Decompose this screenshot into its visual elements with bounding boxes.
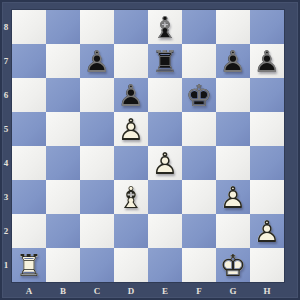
square-f1[interactable] [182,248,216,282]
square-g7[interactable]: ♟♙ [216,44,250,78]
square-h5[interactable] [250,112,284,146]
rank-label-5: 5 [0,112,12,146]
square-a7[interactable] [12,44,46,78]
square-f4[interactable] [182,146,216,180]
piece-white-pawn: ♟♙ [216,180,250,214]
square-e8[interactable]: ♝♗ [148,10,182,44]
square-g3[interactable]: ♟♙ [216,180,250,214]
rank-label-3: 3 [0,180,12,214]
square-c6[interactable] [80,78,114,112]
piece-black-pawn: ♟♙ [250,44,284,78]
square-g1[interactable]: ♚♔ [216,248,250,282]
square-e1[interactable] [148,248,182,282]
square-b5[interactable] [46,112,80,146]
square-c3[interactable] [80,180,114,214]
square-d1[interactable] [114,248,148,282]
square-f7[interactable] [182,44,216,78]
square-h8[interactable] [250,10,284,44]
file-label-G: G [216,283,250,299]
square-c5[interactable] [80,112,114,146]
square-h4[interactable] [250,146,284,180]
square-b3[interactable] [46,180,80,214]
square-a5[interactable] [12,112,46,146]
square-d8[interactable] [114,10,148,44]
square-h2[interactable]: ♟♙ [250,214,284,248]
square-b4[interactable] [46,146,80,180]
square-e4[interactable]: ♟♙ [148,146,182,180]
square-e7[interactable]: ♜♖ [148,44,182,78]
square-h1[interactable] [250,248,284,282]
file-label-A: A [12,283,46,299]
square-b2[interactable] [46,214,80,248]
square-d5[interactable]: ♟♙ [114,112,148,146]
rank-label-2: 2 [0,214,12,248]
square-b1[interactable] [46,248,80,282]
piece-white-pawn: ♟♙ [114,112,148,146]
square-c1[interactable] [80,248,114,282]
piece-white-bishop: ♝♗ [114,180,148,214]
piece-white-pawn: ♟♙ [250,214,284,248]
square-d3[interactable]: ♝♗ [114,180,148,214]
piece-white-king: ♚♔ [216,248,250,282]
rank-label-1: 1 [0,248,12,282]
rank-label-7: 7 [0,44,12,78]
square-a8[interactable] [12,10,46,44]
square-e6[interactable] [148,78,182,112]
file-label-D: D [114,283,148,299]
square-f2[interactable] [182,214,216,248]
square-a4[interactable] [12,146,46,180]
square-g8[interactable] [216,10,250,44]
piece-black-pawn: ♟♙ [80,44,114,78]
piece-white-rook: ♜♖ [12,248,46,282]
square-d2[interactable] [114,214,148,248]
file-label-E: E [148,283,182,299]
square-f6[interactable]: ♚♔ [182,78,216,112]
piece-black-king: ♚♔ [182,78,216,112]
square-a1[interactable]: ♜♖ [12,248,46,282]
square-h6[interactable] [250,78,284,112]
square-c2[interactable] [80,214,114,248]
file-label-H: H [250,283,284,299]
square-a2[interactable] [12,214,46,248]
piece-black-pawn: ♟♙ [216,44,250,78]
square-h3[interactable] [250,180,284,214]
square-h7[interactable]: ♟♙ [250,44,284,78]
square-d4[interactable] [114,146,148,180]
piece-white-pawn: ♟♙ [148,146,182,180]
rank-label-4: 4 [0,146,12,180]
square-c8[interactable] [80,10,114,44]
square-b8[interactable] [46,10,80,44]
file-label-B: B [46,283,80,299]
file-label-F: F [182,283,216,299]
piece-black-bishop: ♝♗ [148,10,182,44]
rank-label-6: 6 [0,78,12,112]
square-g6[interactable] [216,78,250,112]
square-f5[interactable] [182,112,216,146]
square-e5[interactable] [148,112,182,146]
square-g5[interactable] [216,112,250,146]
chess-board: ♝♗♟♙♜♖♟♙♟♙♟♙♚♔♟♙♟♙♝♗♟♙♟♙♜♖♚♔ [12,10,284,282]
square-f3[interactable] [182,180,216,214]
square-a3[interactable] [12,180,46,214]
square-g2[interactable] [216,214,250,248]
square-b6[interactable] [46,78,80,112]
square-b7[interactable] [46,44,80,78]
square-e2[interactable] [148,214,182,248]
square-d6[interactable]: ♟♙ [114,78,148,112]
rank-label-8: 8 [0,10,12,44]
chess-diagram: ♝♗♟♙♜♖♟♙♟♙♟♙♚♔♟♙♟♙♝♗♟♙♟♙♜♖♚♔ 87654321 AB… [0,0,300,300]
square-a6[interactable] [12,78,46,112]
square-c4[interactable] [80,146,114,180]
square-e3[interactable] [148,180,182,214]
square-f8[interactable] [182,10,216,44]
piece-black-rook: ♜♖ [148,44,182,78]
file-label-C: C [80,283,114,299]
square-c7[interactable]: ♟♙ [80,44,114,78]
square-d7[interactable] [114,44,148,78]
piece-black-pawn: ♟♙ [114,78,148,112]
square-g4[interactable] [216,146,250,180]
